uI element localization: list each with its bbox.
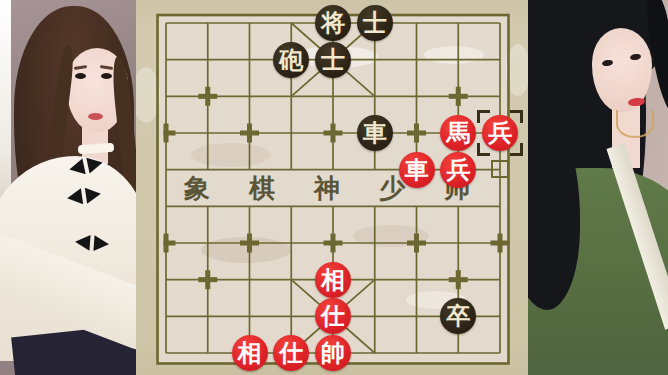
board[interactable]: 将士砲士車馬兵車兵相仕卒相仕帥 xyxy=(136,0,528,375)
board-panel: 象棋神少帅 将士砲士車馬兵車兵相仕卒相仕帥 xyxy=(136,0,528,375)
necklace xyxy=(616,110,654,138)
piece-black-pawn[interactable]: 卒 xyxy=(440,298,476,334)
left-woman-eye xyxy=(75,73,86,79)
piece-red-chariot[interactable]: 車 xyxy=(399,152,435,188)
left-woman-lips xyxy=(88,113,103,120)
piece-red-advisor[interactable]: 仕 xyxy=(273,335,309,371)
piece-black-chariot[interactable]: 車 xyxy=(357,115,393,151)
piece-black-advisor[interactable]: 士 xyxy=(357,5,393,41)
left-photo xyxy=(0,0,136,375)
left-woman-eye xyxy=(101,73,112,79)
piece-red-pawn[interactable]: 兵 xyxy=(440,152,476,188)
video-frame: 象棋神少帅 将士砲士車馬兵車兵相仕卒相仕帥 xyxy=(0,0,668,375)
piece-red-elephant[interactable]: 相 xyxy=(232,335,268,371)
piece-red-pawn[interactable]: 兵 xyxy=(482,115,518,151)
piece-black-cannon[interactable]: 砲 xyxy=(273,42,309,78)
black-bow xyxy=(74,234,109,252)
curtain xyxy=(0,0,11,215)
piece-red-advisor[interactable]: 仕 xyxy=(315,298,351,334)
piece-black-advisor[interactable]: 士 xyxy=(315,42,351,78)
last-move-origin-marker xyxy=(491,160,509,178)
piece-red-general[interactable]: 帥 xyxy=(315,335,351,371)
piece-red-horse[interactable]: 馬 xyxy=(440,115,476,151)
piece-red-elephant[interactable]: 相 xyxy=(315,262,351,298)
piece-black-general[interactable]: 将 xyxy=(315,5,351,41)
right-photo xyxy=(528,0,668,375)
